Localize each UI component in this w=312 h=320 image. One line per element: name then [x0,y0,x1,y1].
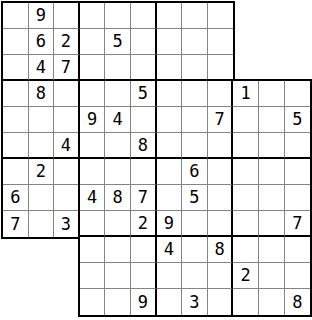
sudoku-cell-r1c4[interactable] [157,81,183,107]
sudoku-cell-r7c2[interactable] [105,237,131,263]
sudoku-cell-r7c9[interactable] [285,237,311,263]
sudoku-cell-r3c5[interactable] [182,133,208,159]
sudoku-cell-r7c8[interactable] [259,237,285,263]
sudoku-cell-r3c6[interactable] [208,133,234,159]
sudoku-cell-r3c8[interactable] [259,133,285,159]
sudoku-cell-r2c8[interactable] [182,29,208,55]
sudoku-cell-r4c6[interactable] [208,159,234,185]
sudoku-cell-r8c2[interactable] [105,263,131,289]
sudoku-cell-r6c1[interactable] [3,133,29,159]
sudoku-cell-r3c1[interactable] [80,133,106,159]
sudoku-cell-r6c1[interactable] [80,211,106,237]
sudoku-cell-r1c3[interactable] [54,3,80,29]
sudoku-cell-r6c2[interactable] [105,211,131,237]
sudoku-cell-r2c7[interactable] [233,107,259,133]
sudoku-cell-r3c2: 4 [29,55,55,81]
sudoku-cell-r9c5: 3 [182,289,208,315]
sudoku-cell-r5c3: 7 [131,185,157,211]
sudoku-cell-r2c6[interactable] [131,29,157,55]
sudoku-cell-r7c7[interactable] [233,237,259,263]
sudoku-board-bottom-right: 519475864875297482938 [78,79,312,317]
sudoku-cell-r9c2[interactable] [29,211,55,237]
sudoku-cell-r9c4[interactable] [157,289,183,315]
sudoku-cell-r4c7[interactable] [233,159,259,185]
sudoku-cell-r5c1: 4 [80,185,106,211]
sudoku-cell-r5c2[interactable] [29,107,55,133]
sudoku-cell-r2c3: 2 [54,29,80,55]
sudoku-cell-r7c1[interactable] [3,159,29,185]
puzzle-canvas: 962547859474826648757329 519475864875297… [0,0,312,320]
sudoku-cell-r3c5[interactable] [105,55,131,81]
sudoku-cell-r4c1[interactable] [80,159,106,185]
sudoku-cell-r4c1[interactable] [3,81,29,107]
sudoku-cell-r1c7[interactable] [157,3,183,29]
sudoku-cell-r3c4[interactable] [80,55,106,81]
sudoku-cell-r1c5[interactable] [105,3,131,29]
sudoku-cell-r5c5: 5 [182,185,208,211]
sudoku-cell-r1c1[interactable] [3,3,29,29]
sudoku-cell-r7c6: 8 [208,237,234,263]
sudoku-cell-r1c6[interactable] [131,3,157,29]
sudoku-cell-r8c2[interactable] [29,185,55,211]
sudoku-cell-r3c7[interactable] [233,133,259,159]
sudoku-cell-r6c2[interactable] [29,133,55,159]
sudoku-cell-r2c7[interactable] [157,29,183,55]
sudoku-cell-r3c7[interactable] [157,55,183,81]
sudoku-cell-r1c7: 1 [233,81,259,107]
sudoku-cell-r9c7[interactable] [233,289,259,315]
sudoku-cell-r4c2[interactable] [105,159,131,185]
sudoku-cell-r8c5[interactable] [182,263,208,289]
sudoku-cell-r5c8[interactable] [259,185,285,211]
sudoku-cell-r5c2: 8 [105,185,131,211]
sudoku-cell-r4c9[interactable] [285,159,311,185]
sudoku-cell-r8c9[interactable] [285,263,311,289]
sudoku-cell-r4c3[interactable] [131,159,157,185]
sudoku-cell-r6c6[interactable] [208,211,234,237]
sudoku-cell-r2c9: 5 [285,107,311,133]
sudoku-cell-r2c2: 6 [29,29,55,55]
sudoku-cell-r3c1[interactable] [3,55,29,81]
sudoku-cell-r2c6: 7 [208,107,234,133]
sudoku-cell-r2c1[interactable] [3,29,29,55]
sudoku-cell-r3c2[interactable] [105,133,131,159]
sudoku-cell-r8c1[interactable] [80,263,106,289]
sudoku-cell-r2c4[interactable] [80,29,106,55]
sudoku-cell-r2c4[interactable] [157,107,183,133]
sudoku-cell-r9c6[interactable] [208,289,234,315]
sudoku-cell-r2c5[interactable] [182,107,208,133]
sudoku-cell-r7c3[interactable] [131,237,157,263]
sudoku-cell-r5c1[interactable] [3,107,29,133]
sudoku-cell-r3c8[interactable] [182,55,208,81]
sudoku-cell-r6c7[interactable] [233,211,259,237]
sudoku-cell-r9c3: 9 [131,289,157,315]
sudoku-cell-r6c4: 9 [157,211,183,237]
sudoku-cell-r2c5: 5 [105,29,131,55]
sudoku-cell-r9c1: 7 [3,211,29,237]
sudoku-cell-r1c6[interactable] [208,81,234,107]
sudoku-cell-r6c8[interactable] [259,211,285,237]
sudoku-cell-r6c9: 7 [285,211,311,237]
sudoku-cell-r4c4[interactable] [157,159,183,185]
sudoku-cell-r7c5[interactable] [182,237,208,263]
sudoku-cell-r1c1[interactable] [80,81,106,107]
sudoku-cell-r1c4[interactable] [80,3,106,29]
sudoku-cell-r8c7: 2 [233,263,259,289]
sudoku-cell-r6c3: 4 [54,133,80,159]
sudoku-cell-r2c1: 9 [80,107,106,133]
sudoku-cell-r2c8[interactable] [259,107,285,133]
sudoku-cell-r7c4: 4 [157,237,183,263]
sudoku-cell-r9c2[interactable] [105,289,131,315]
sudoku-cell-r8c4[interactable] [157,263,183,289]
sudoku-cell-r3c9[interactable] [208,55,234,81]
sudoku-cell-r4c5: 6 [182,159,208,185]
sudoku-cell-r4c8[interactable] [259,159,285,185]
sudoku-cell-r5c6[interactable] [208,185,234,211]
sudoku-cell-r8c3[interactable] [131,263,157,289]
sudoku-cell-r3c3: 7 [54,55,80,81]
sudoku-cell-r3c3: 8 [131,133,157,159]
sudoku-cell-r9c8[interactable] [259,289,285,315]
sudoku-cell-r4c3[interactable] [54,81,80,107]
sudoku-cell-r6c5[interactable] [182,211,208,237]
sudoku-cell-r5c9[interactable] [285,185,311,211]
sudoku-cell-r8c8[interactable] [259,263,285,289]
sudoku-cell-r3c6[interactable] [131,55,157,81]
sudoku-cell-r6c3: 2 [131,211,157,237]
sudoku-cell-r5c3[interactable] [54,107,80,133]
sudoku-cell-r2c9[interactable] [208,29,234,55]
sudoku-cell-r2c2: 4 [105,107,131,133]
sudoku-cell-r9c3: 3 [54,211,80,237]
sudoku-cell-r1c5[interactable] [182,81,208,107]
sudoku-cell-r8c3[interactable] [54,185,80,211]
sudoku-cell-r7c2: 2 [29,159,55,185]
sudoku-cell-r8c6[interactable] [208,263,234,289]
sudoku-cell-r5c4[interactable] [157,185,183,211]
sudoku-cell-r9c9: 8 [285,289,311,315]
sudoku-cell-r7c3[interactable] [54,159,80,185]
sudoku-cell-r8c1: 6 [3,185,29,211]
sudoku-cell-r3c4[interactable] [157,133,183,159]
sudoku-cell-r1c2: 9 [29,3,55,29]
sudoku-cell-r5c7[interactable] [233,185,259,211]
sudoku-cell-r7c1[interactable] [80,237,106,263]
sudoku-cell-r4c2: 8 [29,81,55,107]
sudoku-cell-r9c1[interactable] [80,289,106,315]
sudoku-cell-r1c9[interactable] [208,3,234,29]
sudoku-cell-r1c8[interactable] [259,81,285,107]
sudoku-cell-r3c9[interactable] [285,133,311,159]
sudoku-cell-r1c3: 5 [131,81,157,107]
sudoku-cell-r1c2[interactable] [105,81,131,107]
sudoku-cell-r2c3[interactable] [131,107,157,133]
sudoku-cell-r1c9[interactable] [285,81,311,107]
sudoku-cell-r1c8[interactable] [182,3,208,29]
